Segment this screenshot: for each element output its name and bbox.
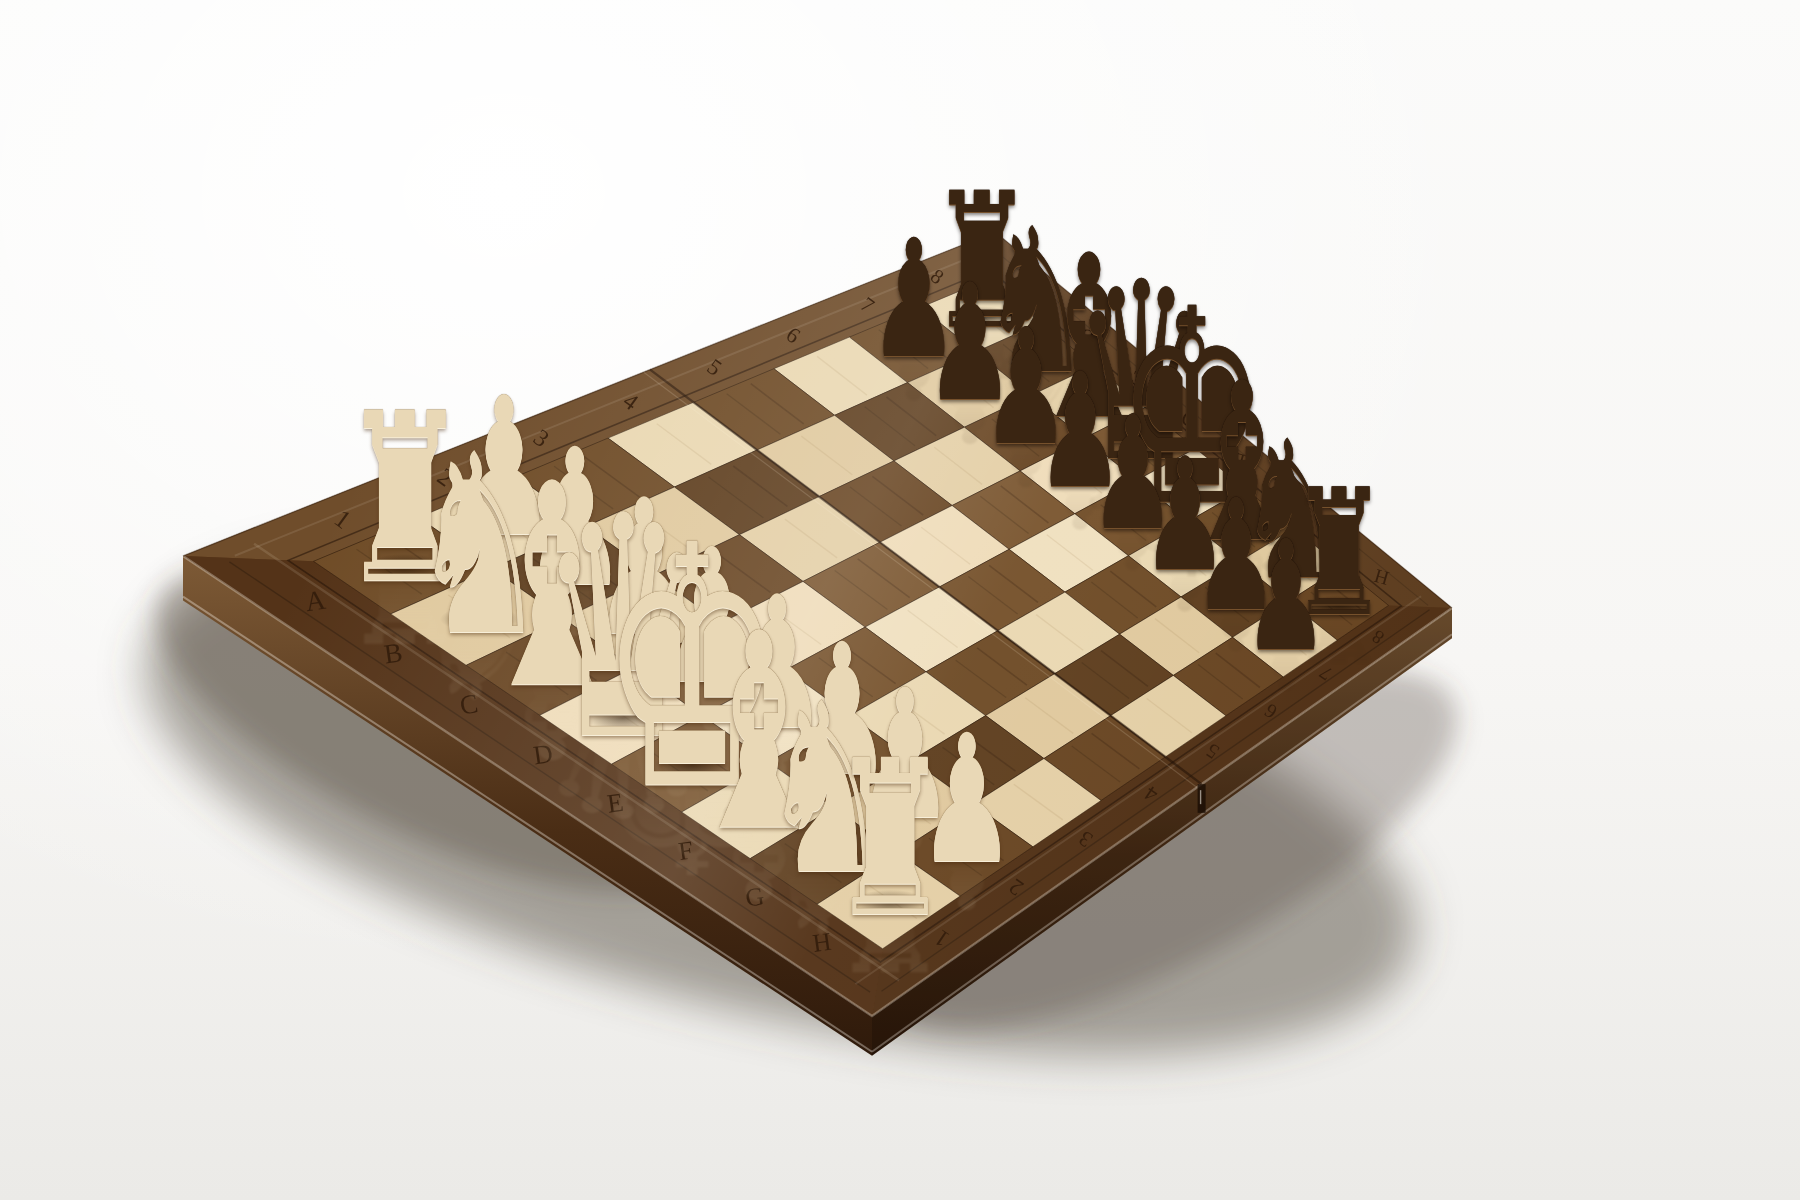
piece-white-rook-h1[interactable]: ♜♜: [794, 732, 987, 947]
piece-reflection: ♜: [830, 868, 950, 986]
piece-black-pawn-h7[interactable]: ♟♟: [1217, 520, 1354, 673]
photo-stage: AABBCCDDEEFFGGHH1122334455667788 ♜♜♞♞♝♝♛…: [0, 0, 1800, 1200]
hinge-notch: [1198, 784, 1206, 813]
piece-reflection: ♟: [1243, 616, 1328, 700]
